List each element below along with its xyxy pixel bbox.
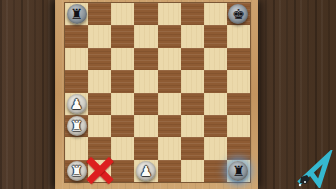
white-pawn[interactable]: ♟	[136, 161, 156, 181]
square-c1[interactable]	[111, 160, 134, 182]
square-d3[interactable]	[134, 115, 157, 137]
square-c2[interactable]	[111, 137, 134, 159]
square-g4[interactable]	[204, 93, 227, 115]
square-h7[interactable]	[227, 25, 250, 47]
square-d7[interactable]	[134, 25, 157, 47]
square-g8[interactable]	[204, 3, 227, 25]
square-h1[interactable]: ♜	[227, 160, 250, 182]
square-f7[interactable]	[181, 25, 204, 47]
square-f6[interactable]	[181, 48, 204, 70]
square-g7[interactable]	[204, 25, 227, 47]
square-c5[interactable]	[111, 70, 134, 92]
square-g2[interactable]	[204, 137, 227, 159]
square-h3[interactable]	[227, 115, 250, 137]
square-d1[interactable]: ♟	[134, 160, 157, 182]
white-rook[interactable]: ♜	[67, 116, 87, 136]
white-pawn[interactable]: ♟	[67, 94, 87, 114]
black-king[interactable]: ♚	[228, 4, 248, 24]
square-b8[interactable]	[88, 3, 111, 25]
white-rook[interactable]: ♜	[67, 161, 87, 181]
square-d8[interactable]	[134, 3, 157, 25]
square-e3[interactable]	[158, 115, 181, 137]
square-c3[interactable]	[111, 115, 134, 137]
square-d2[interactable]	[134, 137, 157, 159]
square-e8[interactable]	[158, 3, 181, 25]
square-e7[interactable]	[158, 25, 181, 47]
black-rook[interactable]: ♜	[67, 4, 87, 24]
sparkle-dot	[304, 181, 306, 183]
sparkle-dot	[299, 184, 301, 186]
square-f2[interactable]	[181, 137, 204, 159]
square-a7[interactable]	[65, 25, 88, 47]
square-h8[interactable]: ♚	[227, 3, 250, 25]
square-b7[interactable]	[88, 25, 111, 47]
square-c7[interactable]	[111, 25, 134, 47]
square-a5[interactable]	[65, 70, 88, 92]
square-a1[interactable]: ♜	[65, 160, 88, 182]
square-b3[interactable]	[88, 115, 111, 137]
square-e5[interactable]	[158, 70, 181, 92]
square-c8[interactable]	[111, 3, 134, 25]
square-e1[interactable]	[158, 160, 181, 182]
square-b4[interactable]	[88, 93, 111, 115]
square-b5[interactable]	[88, 70, 111, 92]
square-f1[interactable]	[181, 160, 204, 182]
square-a4[interactable]: ♟	[65, 93, 88, 115]
watermark-logo	[294, 150, 334, 188]
square-b1[interactable]	[88, 160, 111, 182]
square-g1[interactable]	[204, 160, 227, 182]
square-d6[interactable]	[134, 48, 157, 70]
square-h6[interactable]	[227, 48, 250, 70]
square-h5[interactable]	[227, 70, 250, 92]
square-f5[interactable]	[181, 70, 204, 92]
square-g3[interactable]	[204, 115, 227, 137]
square-e4[interactable]	[158, 93, 181, 115]
square-a2[interactable]	[65, 137, 88, 159]
black-rook[interactable]: ♜	[228, 161, 248, 181]
square-f8[interactable]	[181, 3, 204, 25]
square-a8[interactable]: ♜	[65, 3, 88, 25]
square-g6[interactable]	[204, 48, 227, 70]
square-d5[interactable]	[134, 70, 157, 92]
square-f4[interactable]	[181, 93, 204, 115]
square-e6[interactable]	[158, 48, 181, 70]
square-d4[interactable]	[134, 93, 157, 115]
square-e2[interactable]	[158, 137, 181, 159]
square-h4[interactable]	[227, 93, 250, 115]
square-a3[interactable]: ♜	[65, 115, 88, 137]
square-b6[interactable]	[88, 48, 111, 70]
square-c4[interactable]	[111, 93, 134, 115]
playing-area: ♜♚♟♜♜♟♜	[65, 3, 250, 182]
square-f3[interactable]	[181, 115, 204, 137]
square-g5[interactable]	[204, 70, 227, 92]
square-h2[interactable]	[227, 137, 250, 159]
square-a6[interactable]	[65, 48, 88, 70]
chessboard-frame: ♜♚♟♜♜♟♜	[55, 0, 258, 189]
square-c6[interactable]	[111, 48, 134, 70]
